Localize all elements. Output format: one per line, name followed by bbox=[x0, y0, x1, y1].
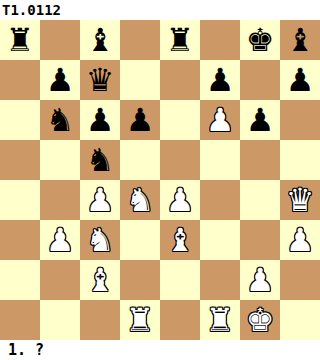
square-b5[interactable] bbox=[40, 140, 80, 180]
square-d8[interactable] bbox=[120, 20, 160, 60]
square-h7[interactable]: ♟︎ bbox=[280, 60, 320, 100]
piece-black-rook[interactable]: ♜ bbox=[166, 20, 195, 60]
square-e7[interactable] bbox=[160, 60, 200, 100]
square-c5[interactable]: ♞ bbox=[80, 140, 120, 180]
square-a7[interactable] bbox=[0, 60, 40, 100]
square-c7[interactable]: ♛ bbox=[80, 60, 120, 100]
piece-black-pawn[interactable]: ♟︎ bbox=[46, 60, 75, 100]
piece-black-pawn[interactable]: ♟︎ bbox=[86, 100, 115, 140]
square-b6[interactable]: ♞ bbox=[40, 100, 80, 140]
square-d6[interactable]: ♟︎ bbox=[120, 100, 160, 140]
piece-black-pawn[interactable]: ♟︎ bbox=[126, 100, 155, 140]
square-f8[interactable] bbox=[200, 20, 240, 60]
piece-white-bishop[interactable]: ♝ bbox=[86, 260, 115, 300]
piece-white-pawn[interactable]: ♟︎ bbox=[166, 180, 195, 220]
puzzle-id-label: T1.0112 bbox=[2, 2, 61, 18]
piece-black-knight[interactable]: ♞ bbox=[86, 140, 115, 180]
square-e5[interactable] bbox=[160, 140, 200, 180]
square-d2[interactable] bbox=[120, 260, 160, 300]
square-h8[interactable]: ♝ bbox=[280, 20, 320, 60]
square-a2[interactable] bbox=[0, 260, 40, 300]
square-g5[interactable] bbox=[240, 140, 280, 180]
chess-board: ♜♝♜♚♝♟︎♛♟︎♟︎♞♟︎♟︎♟︎♟︎♞♟︎♞♟︎♛♟︎♞♝♟︎♝♟︎♜♜♚ bbox=[0, 20, 320, 340]
piece-white-knight[interactable]: ♞ bbox=[126, 180, 155, 220]
piece-black-pawn[interactable]: ♟︎ bbox=[286, 60, 315, 100]
square-b7[interactable]: ♟︎ bbox=[40, 60, 80, 100]
piece-white-pawn[interactable]: ♟︎ bbox=[46, 220, 75, 260]
title-bar: T1.0112 bbox=[0, 0, 320, 20]
square-e8[interactable]: ♜ bbox=[160, 20, 200, 60]
piece-white-pawn[interactable]: ♟︎ bbox=[86, 180, 115, 220]
square-g8[interactable]: ♚ bbox=[240, 20, 280, 60]
square-c4[interactable]: ♟︎ bbox=[80, 180, 120, 220]
square-h1[interactable] bbox=[280, 300, 320, 340]
square-f5[interactable] bbox=[200, 140, 240, 180]
piece-black-rook[interactable]: ♜ bbox=[6, 20, 35, 60]
square-f1[interactable]: ♜ bbox=[200, 300, 240, 340]
square-e2[interactable] bbox=[160, 260, 200, 300]
piece-black-pawn[interactable]: ♟︎ bbox=[206, 60, 235, 100]
square-b2[interactable] bbox=[40, 260, 80, 300]
square-a4[interactable] bbox=[0, 180, 40, 220]
square-c3[interactable]: ♞ bbox=[80, 220, 120, 260]
square-b4[interactable] bbox=[40, 180, 80, 220]
piece-black-king[interactable]: ♚ bbox=[246, 20, 275, 60]
square-d5[interactable] bbox=[120, 140, 160, 180]
piece-white-pawn[interactable]: ♟︎ bbox=[246, 260, 275, 300]
square-a5[interactable] bbox=[0, 140, 40, 180]
piece-white-queen[interactable]: ♛ bbox=[286, 180, 315, 220]
square-d4[interactable]: ♞ bbox=[120, 180, 160, 220]
square-d1[interactable]: ♜ bbox=[120, 300, 160, 340]
square-a6[interactable] bbox=[0, 100, 40, 140]
square-e6[interactable] bbox=[160, 100, 200, 140]
square-g7[interactable] bbox=[240, 60, 280, 100]
square-e4[interactable]: ♟︎ bbox=[160, 180, 200, 220]
piece-white-rook[interactable]: ♜ bbox=[206, 300, 235, 340]
piece-white-pawn[interactable]: ♟︎ bbox=[286, 220, 315, 260]
square-h3[interactable]: ♟︎ bbox=[280, 220, 320, 260]
piece-white-king[interactable]: ♚ bbox=[246, 300, 275, 340]
square-h5[interactable] bbox=[280, 140, 320, 180]
square-d3[interactable] bbox=[120, 220, 160, 260]
piece-black-queen[interactable]: ♛ bbox=[86, 60, 115, 100]
square-h4[interactable]: ♛ bbox=[280, 180, 320, 220]
square-c6[interactable]: ♟︎ bbox=[80, 100, 120, 140]
square-h2[interactable] bbox=[280, 260, 320, 300]
square-g6[interactable]: ♟︎ bbox=[240, 100, 280, 140]
square-h6[interactable] bbox=[280, 100, 320, 140]
square-b1[interactable] bbox=[40, 300, 80, 340]
piece-white-pawn[interactable]: ♟︎ bbox=[206, 100, 235, 140]
square-e1[interactable] bbox=[160, 300, 200, 340]
square-g1[interactable]: ♚ bbox=[240, 300, 280, 340]
square-c2[interactable]: ♝ bbox=[80, 260, 120, 300]
square-b8[interactable] bbox=[40, 20, 80, 60]
piece-black-bishop[interactable]: ♝ bbox=[86, 20, 115, 60]
square-e3[interactable]: ♝ bbox=[160, 220, 200, 260]
piece-black-knight[interactable]: ♞ bbox=[46, 100, 75, 140]
piece-white-bishop[interactable]: ♝ bbox=[166, 220, 195, 260]
square-g4[interactable] bbox=[240, 180, 280, 220]
square-a8[interactable]: ♜ bbox=[0, 20, 40, 60]
square-c8[interactable]: ♝ bbox=[80, 20, 120, 60]
square-g2[interactable]: ♟︎ bbox=[240, 260, 280, 300]
piece-white-knight[interactable]: ♞ bbox=[86, 220, 115, 260]
prompt-bar: 1. ? bbox=[0, 340, 320, 360]
square-f6[interactable]: ♟︎ bbox=[200, 100, 240, 140]
piece-white-rook[interactable]: ♜ bbox=[126, 300, 155, 340]
square-g3[interactable] bbox=[240, 220, 280, 260]
square-f3[interactable] bbox=[200, 220, 240, 260]
move-prompt: 1. ? bbox=[8, 341, 44, 359]
square-c1[interactable] bbox=[80, 300, 120, 340]
square-f7[interactable]: ♟︎ bbox=[200, 60, 240, 100]
piece-black-bishop[interactable]: ♝ bbox=[286, 20, 315, 60]
square-b3[interactable]: ♟︎ bbox=[40, 220, 80, 260]
piece-black-pawn[interactable]: ♟︎ bbox=[246, 100, 275, 140]
square-a1[interactable] bbox=[0, 300, 40, 340]
square-d7[interactable] bbox=[120, 60, 160, 100]
square-f2[interactable] bbox=[200, 260, 240, 300]
square-a3[interactable] bbox=[0, 220, 40, 260]
square-f4[interactable] bbox=[200, 180, 240, 220]
